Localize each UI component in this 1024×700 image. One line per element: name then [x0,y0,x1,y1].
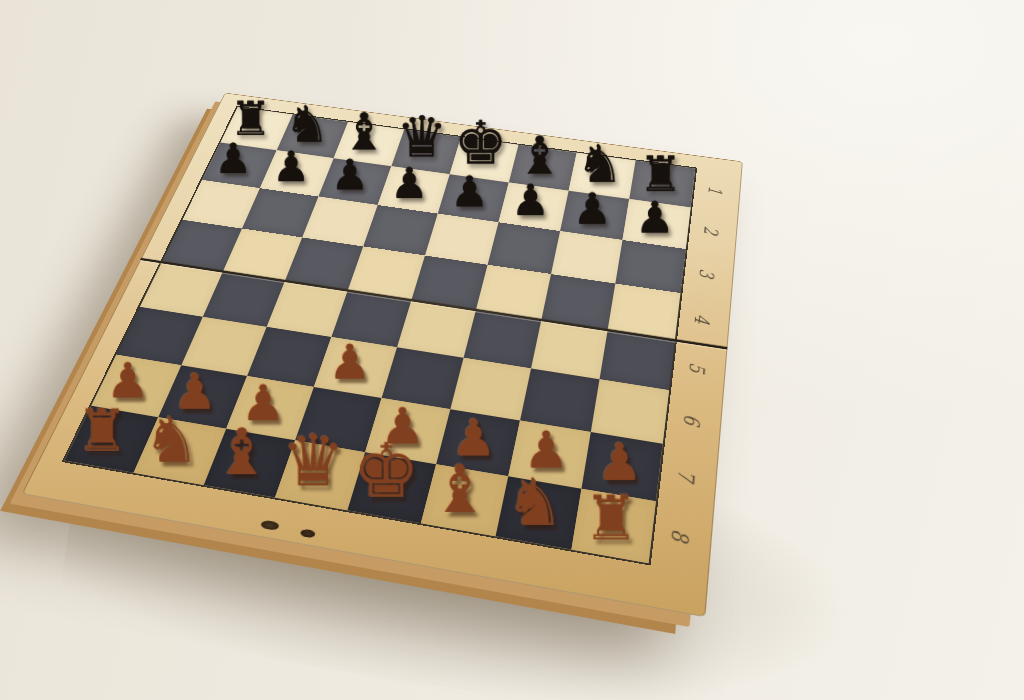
rank-label-7: 7 [671,457,701,495]
black-knight: ♞ [569,138,630,190]
square-c1: ♝ [334,122,405,166]
square-e2: ♟ [438,174,509,222]
black-pawn: ♟ [379,162,440,205]
white-knight: ♞ [135,408,208,471]
chess-board: ♜♞♝♛♚♝♞♜♟♟♟♟♟♟♟♟♟♟♟♟♟♟♟♟♜♞♝♛♚♝♞♜ 1 2 3 4… [22,93,743,617]
black-king: ♚ [451,114,511,174]
square-g8: ♞ [496,476,582,549]
white-bishop: ♝ [422,457,498,522]
square-h1: ♜ [629,161,695,208]
square-b2: ♟ [260,150,334,196]
square-b1: ♞ [277,114,348,158]
black-rook: ♜ [630,150,691,199]
rank-label-5: 5 [683,352,711,385]
square-a2: ♟ [202,143,277,189]
black-pawn: ♟ [561,187,623,231]
rank-label-6: 6 [677,402,706,437]
square-h5 [600,330,675,390]
square-a5 [140,262,223,317]
black-pawn: ♟ [261,146,321,188]
box-latch-icon [299,529,316,539]
rank-label-3: 3 [694,259,720,288]
square-g1: ♞ [569,153,636,199]
board-grid: ♜♞♝♛♚♝♞♜♟♟♟♟♟♟♟♟♟♟♟♟♟♟♟♟♜♞♝♛♚♝♞♜ [62,106,698,566]
rank-label-8: 8 [664,515,696,556]
black-pawn: ♟ [439,170,501,213]
black-knight: ♞ [278,99,337,150]
square-c2: ♟ [318,158,391,205]
white-rook: ♜ [572,487,649,549]
square-b4 [223,228,302,280]
black-rook: ♜ [221,95,279,142]
square-h3 [615,240,685,293]
photo-background: ♜♞♝♛♚♝♞♜♟♟♟♟♟♟♟♟♟♟♟♟♟♟♟♟♜♞♝♛♚♝♞♜ 1 2 3 4… [0,0,1024,700]
box-latch-icon [260,520,281,532]
square-a1: ♜ [220,107,292,150]
white-queen: ♛ [276,426,351,497]
white-rook: ♜ [66,401,139,460]
square-f4 [476,265,551,320]
square-d3 [363,205,438,255]
square-e5 [397,300,476,358]
square-e1: ♚ [450,137,519,182]
square-e4 [411,255,487,309]
square-d1: ♛ [391,129,461,174]
rank-labels: 1 2 3 4 5 6 7 8 [225,93,742,162]
black-queen: ♛ [392,109,451,166]
square-a4 [162,220,242,272]
black-bishop: ♝ [335,107,394,158]
square-c4 [285,237,363,290]
rank-label-2: 2 [698,217,723,244]
white-pawn: ♟ [582,436,656,488]
square-a3 [183,180,260,228]
black-pawn: ♟ [203,138,263,180]
square-f8: ♝ [421,464,508,536]
black-pawn: ♟ [319,154,380,196]
square-g3 [551,231,622,283]
white-pawn: ♟ [315,338,385,386]
square-d2: ♟ [378,166,450,213]
black-pawn: ♟ [623,196,686,240]
square-f1: ♝ [509,145,577,191]
rank-label-1: 1 [703,178,728,204]
square-c3 [302,197,377,247]
black-pawn: ♟ [499,178,561,221]
white-knight: ♞ [497,469,573,535]
square-h2: ♟ [622,199,690,249]
square-g2: ♟ [560,191,629,240]
square-e3 [425,214,499,265]
scene: ♜♞♝♛♚♝♞♜♟♟♟♟♟♟♟♟♟♟♟♟♟♟♟♟♜♞♝♛♚♝♞♜ 1 2 3 4… [122,12,722,604]
rank-label-4: 4 [688,304,715,335]
white-bishop: ♝ [205,420,279,484]
white-king: ♚ [349,434,424,509]
square-b3 [242,188,318,237]
square-f2: ♟ [499,182,569,231]
black-bishop: ♝ [510,130,570,182]
square-h8: ♜ [571,489,655,563]
square-f3 [488,222,561,274]
square-d4 [348,246,425,300]
